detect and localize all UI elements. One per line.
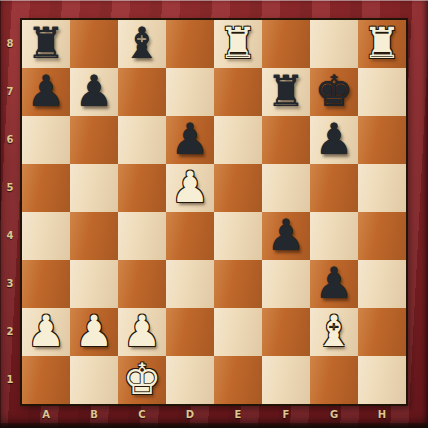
- square-d4[interactable]: [166, 212, 214, 260]
- white-king-c1[interactable]: ♚: [123, 358, 162, 401]
- file-label-c: C: [118, 407, 166, 423]
- square-c2[interactable]: ♟: [118, 308, 166, 356]
- square-d5[interactable]: ♟: [166, 164, 214, 212]
- rank-label-6: 6: [0, 116, 20, 164]
- black-rook-f7[interactable]: ♜: [267, 70, 306, 113]
- square-e3[interactable]: [214, 260, 262, 308]
- square-f5[interactable]: [262, 164, 310, 212]
- square-a2[interactable]: ♟: [22, 308, 70, 356]
- black-pawn-d6[interactable]: ♟: [171, 118, 210, 161]
- square-h3[interactable]: [358, 260, 406, 308]
- square-g8[interactable]: [310, 20, 358, 68]
- square-g6[interactable]: ♟: [310, 116, 358, 164]
- square-c5[interactable]: [118, 164, 166, 212]
- square-a1[interactable]: [22, 356, 70, 404]
- square-b6[interactable]: [70, 116, 118, 164]
- square-e1[interactable]: [214, 356, 262, 404]
- square-h8[interactable]: ♜: [358, 20, 406, 68]
- square-f1[interactable]: [262, 356, 310, 404]
- black-pawn-g6[interactable]: ♟: [315, 118, 354, 161]
- square-b3[interactable]: [70, 260, 118, 308]
- black-rook-a8[interactable]: ♜: [27, 22, 66, 65]
- square-d3[interactable]: [166, 260, 214, 308]
- file-label-d: D: [166, 407, 214, 423]
- white-pawn-c2[interactable]: ♟: [123, 310, 162, 353]
- square-g1[interactable]: [310, 356, 358, 404]
- square-f3[interactable]: [262, 260, 310, 308]
- rank-label-4: 4: [0, 212, 20, 260]
- square-d1[interactable]: [166, 356, 214, 404]
- chess-board-frame: ♜♝♜♜♟♟♜♚♟♟♟♟♟♟♟♟♝♚ 87654321 ABCDEFGH: [0, 0, 428, 428]
- square-e4[interactable]: [214, 212, 262, 260]
- square-g4[interactable]: [310, 212, 358, 260]
- square-a4[interactable]: [22, 212, 70, 260]
- rank-label-2: 2: [0, 308, 20, 356]
- square-e7[interactable]: [214, 68, 262, 116]
- square-b5[interactable]: [70, 164, 118, 212]
- square-f2[interactable]: [262, 308, 310, 356]
- square-h2[interactable]: [358, 308, 406, 356]
- rank-label-3: 3: [0, 260, 20, 308]
- square-a6[interactable]: [22, 116, 70, 164]
- file-label-b: B: [70, 407, 118, 423]
- square-e6[interactable]: [214, 116, 262, 164]
- square-d7[interactable]: [166, 68, 214, 116]
- file-label-a: A: [22, 407, 70, 423]
- square-b4[interactable]: [70, 212, 118, 260]
- black-pawn-b7[interactable]: ♟: [75, 70, 114, 113]
- white-pawn-d5[interactable]: ♟: [171, 166, 210, 209]
- file-label-h: H: [358, 407, 406, 423]
- square-c8[interactable]: ♝: [118, 20, 166, 68]
- square-a3[interactable]: [22, 260, 70, 308]
- white-bishop-g2[interactable]: ♝: [315, 310, 354, 353]
- file-label-f: F: [262, 407, 310, 423]
- white-rook-e8[interactable]: ♜: [219, 22, 258, 65]
- square-g3[interactable]: ♟: [310, 260, 358, 308]
- white-pawn-b2[interactable]: ♟: [75, 310, 114, 353]
- square-h5[interactable]: [358, 164, 406, 212]
- file-label-e: E: [214, 407, 262, 423]
- square-h4[interactable]: [358, 212, 406, 260]
- square-c1[interactable]: ♚: [118, 356, 166, 404]
- square-c7[interactable]: [118, 68, 166, 116]
- square-c4[interactable]: [118, 212, 166, 260]
- square-e5[interactable]: [214, 164, 262, 212]
- square-b1[interactable]: [70, 356, 118, 404]
- white-pawn-a2[interactable]: ♟: [27, 310, 66, 353]
- square-e2[interactable]: [214, 308, 262, 356]
- rank-label-8: 8: [0, 20, 20, 68]
- file-label-g: G: [310, 407, 358, 423]
- square-h1[interactable]: [358, 356, 406, 404]
- square-c6[interactable]: [118, 116, 166, 164]
- rank-label-7: 7: [0, 68, 20, 116]
- black-pawn-a7[interactable]: ♟: [27, 70, 66, 113]
- square-b7[interactable]: ♟: [70, 68, 118, 116]
- square-g7[interactable]: ♚: [310, 68, 358, 116]
- square-f6[interactable]: [262, 116, 310, 164]
- black-pawn-f4[interactable]: ♟: [267, 214, 306, 257]
- square-f8[interactable]: [262, 20, 310, 68]
- square-h6[interactable]: [358, 116, 406, 164]
- chess-board: ♜♝♜♜♟♟♜♚♟♟♟♟♟♟♟♟♝♚: [20, 18, 408, 406]
- square-b2[interactable]: ♟: [70, 308, 118, 356]
- square-f4[interactable]: ♟: [262, 212, 310, 260]
- black-bishop-c8[interactable]: ♝: [123, 22, 162, 65]
- square-a7[interactable]: ♟: [22, 68, 70, 116]
- square-g2[interactable]: ♝: [310, 308, 358, 356]
- square-a8[interactable]: ♜: [22, 20, 70, 68]
- square-f7[interactable]: ♜: [262, 68, 310, 116]
- white-rook-h8[interactable]: ♜: [363, 22, 402, 65]
- rank-label-5: 5: [0, 164, 20, 212]
- black-king-g7[interactable]: ♚: [315, 70, 354, 113]
- square-c3[interactable]: [118, 260, 166, 308]
- square-h7[interactable]: [358, 68, 406, 116]
- square-d8[interactable]: [166, 20, 214, 68]
- square-d6[interactable]: ♟: [166, 116, 214, 164]
- rank-label-1: 1: [0, 356, 20, 404]
- square-a5[interactable]: [22, 164, 70, 212]
- square-b8[interactable]: [70, 20, 118, 68]
- black-pawn-g3[interactable]: ♟: [315, 262, 354, 305]
- square-d2[interactable]: [166, 308, 214, 356]
- square-g5[interactable]: [310, 164, 358, 212]
- square-e8[interactable]: ♜: [214, 20, 262, 68]
